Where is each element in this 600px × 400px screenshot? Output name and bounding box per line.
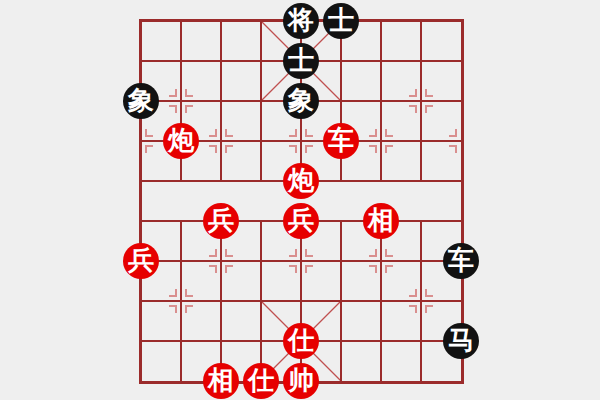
black-advisor[interactable]: 士: [323, 3, 359, 39]
red-elephant[interactable]: 相: [363, 203, 399, 239]
point-mark: [169, 105, 177, 113]
point-mark: [145, 129, 153, 137]
point-mark: [425, 305, 433, 313]
point-mark: [449, 129, 457, 137]
point-mark: [145, 145, 153, 153]
grid-vline: [420, 221, 422, 382]
grid-vline: [220, 21, 222, 182]
red-cannon[interactable]: 炮: [283, 163, 319, 199]
black-general[interactable]: 将: [283, 3, 319, 39]
grid-vline: [340, 221, 342, 382]
black-elephant[interactable]: 象: [123, 83, 159, 119]
point-mark: [369, 249, 377, 257]
grid-vline: [380, 21, 382, 182]
red-chariot[interactable]: 车: [323, 123, 359, 159]
black-advisor[interactable]: 士: [283, 43, 319, 79]
point-mark: [289, 265, 297, 273]
point-mark: [185, 89, 193, 97]
point-mark: [305, 129, 313, 137]
point-mark: [409, 105, 417, 113]
point-mark: [289, 129, 297, 137]
point-mark: [185, 289, 193, 297]
point-mark: [225, 249, 233, 257]
point-mark: [425, 289, 433, 297]
point-mark: [169, 305, 177, 313]
point-mark: [409, 89, 417, 97]
grid-vline: [420, 21, 422, 182]
red-advisor[interactable]: 仕: [243, 363, 279, 399]
red-general[interactable]: 帅: [283, 363, 319, 399]
point-mark: [169, 289, 177, 297]
grid-vline: [380, 221, 382, 382]
point-mark: [385, 145, 393, 153]
point-mark: [369, 265, 377, 273]
point-mark: [425, 89, 433, 97]
grid-vline: [260, 221, 262, 382]
point-mark: [369, 145, 377, 153]
red-pawn[interactable]: 兵: [283, 203, 319, 239]
point-mark: [225, 145, 233, 153]
black-elephant[interactable]: 象: [283, 83, 319, 119]
point-mark: [209, 249, 217, 257]
point-mark: [185, 305, 193, 313]
grid-vline: [260, 21, 262, 182]
point-mark: [289, 145, 297, 153]
point-mark: [169, 89, 177, 97]
point-mark: [185, 105, 193, 113]
grid-vline: [180, 221, 182, 382]
point-mark: [385, 129, 393, 137]
point-mark: [369, 129, 377, 137]
black-horse[interactable]: 马: [443, 323, 479, 359]
point-mark: [225, 129, 233, 137]
point-mark: [449, 145, 457, 153]
point-mark: [409, 289, 417, 297]
xiangqi-board: 将士士象象炮车炮兵兵相兵车仕马相仕帅: [0, 0, 600, 400]
point-mark: [209, 265, 217, 273]
red-advisor[interactable]: 仕: [283, 323, 319, 359]
black-chariot[interactable]: 车: [443, 243, 479, 279]
point-mark: [305, 145, 313, 153]
point-mark: [289, 249, 297, 257]
grid-vline: [220, 221, 222, 382]
point-mark: [409, 305, 417, 313]
point-mark: [209, 129, 217, 137]
point-mark: [385, 265, 393, 273]
red-pawn[interactable]: 兵: [123, 243, 159, 279]
point-mark: [385, 249, 393, 257]
point-mark: [305, 265, 313, 273]
red-cannon[interactable]: 炮: [163, 123, 199, 159]
point-mark: [225, 265, 233, 273]
point-mark: [425, 105, 433, 113]
red-pawn[interactable]: 兵: [203, 203, 239, 239]
point-mark: [209, 145, 217, 153]
point-mark: [305, 249, 313, 257]
red-elephant[interactable]: 相: [203, 363, 239, 399]
